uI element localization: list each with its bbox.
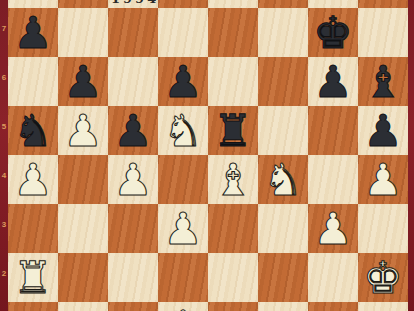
square-a1 bbox=[8, 302, 58, 311]
rank-label-5: 5 bbox=[0, 123, 8, 131]
piece-wp-d3: ♟ bbox=[158, 204, 208, 253]
square-h4: ♟ bbox=[358, 155, 408, 204]
square-e8 bbox=[208, 0, 258, 8]
square-a7: ♟ bbox=[8, 8, 58, 57]
square-d4 bbox=[158, 155, 208, 204]
square-c1 bbox=[108, 302, 158, 311]
square-f7 bbox=[258, 8, 308, 57]
square-f3 bbox=[258, 204, 308, 253]
piece-wk-h2: ♚ bbox=[358, 253, 408, 302]
square-e6 bbox=[208, 57, 258, 106]
square-a6 bbox=[8, 57, 58, 106]
square-e4: ♝ bbox=[208, 155, 258, 204]
square-g3: ♟ bbox=[308, 204, 358, 253]
square-f2 bbox=[258, 253, 308, 302]
square-f5 bbox=[258, 106, 308, 155]
square-f1 bbox=[258, 302, 308, 311]
square-d5: ♞ bbox=[158, 106, 208, 155]
square-c8: 1994 bbox=[108, 0, 158, 8]
piece-wp-c4: ♟ bbox=[108, 155, 158, 204]
square-g6: ♟ bbox=[308, 57, 358, 106]
square-b4 bbox=[58, 155, 108, 204]
square-f8: ♜ bbox=[258, 0, 308, 8]
rank-label-3: 3 bbox=[0, 221, 8, 229]
square-h1 bbox=[358, 302, 408, 311]
square-b6: ♟ bbox=[58, 57, 108, 106]
square-e1 bbox=[208, 302, 258, 311]
square-h6: ♝ bbox=[358, 57, 408, 106]
piece-bp-d6: ♟ bbox=[158, 57, 208, 106]
square-h3 bbox=[358, 204, 408, 253]
rank-label-4: 4 bbox=[0, 172, 8, 180]
piece-bp-c5: ♟ bbox=[108, 106, 158, 155]
rank-label-2: 2 bbox=[0, 270, 8, 278]
piece-bp-a7: ♟ bbox=[8, 8, 58, 57]
piece-br-e5: ♜ bbox=[208, 106, 258, 155]
square-g4 bbox=[308, 155, 358, 204]
square-c3 bbox=[108, 204, 158, 253]
square-b2 bbox=[58, 253, 108, 302]
square-c5: ♟ bbox=[108, 106, 158, 155]
rank-label-6: 6 bbox=[0, 74, 8, 82]
square-g1 bbox=[308, 302, 358, 311]
piece-wp-h4: ♟ bbox=[358, 155, 408, 204]
square-a5: ♞ bbox=[8, 106, 58, 155]
square-c2 bbox=[108, 253, 158, 302]
piece-wp-a4: ♟ bbox=[8, 155, 58, 204]
square-b7 bbox=[58, 8, 108, 57]
square-b3 bbox=[58, 204, 108, 253]
piece-bn-a5: ♞ bbox=[8, 106, 58, 155]
board-right-border bbox=[408, 0, 414, 311]
square-e3 bbox=[208, 204, 258, 253]
square-d1: ♛ bbox=[158, 302, 208, 311]
piece-bq-d8: ♛ bbox=[158, 0, 208, 8]
square-c7 bbox=[108, 8, 158, 57]
piece-bk-g7: ♚ bbox=[308, 8, 358, 57]
square-h2: ♚ bbox=[358, 253, 408, 302]
square-e5: ♜ bbox=[208, 106, 258, 155]
square-g5 bbox=[308, 106, 358, 155]
square-h8 bbox=[358, 0, 408, 8]
square-f4: ♞ bbox=[258, 155, 308, 204]
piece-wq-d1: ♛ bbox=[158, 302, 208, 311]
square-g2 bbox=[308, 253, 358, 302]
cropped-caption-text: 1994 bbox=[111, 0, 157, 6]
square-h7 bbox=[358, 8, 408, 57]
square-a3 bbox=[8, 204, 58, 253]
piece-bp-g6: ♟ bbox=[308, 57, 358, 106]
rank-label-7: 7 bbox=[0, 25, 8, 33]
square-c4: ♟ bbox=[108, 155, 158, 204]
piece-wn-d5: ♞ bbox=[158, 106, 208, 155]
piece-bp-h5: ♟ bbox=[358, 106, 408, 155]
square-d6: ♟ bbox=[158, 57, 208, 106]
square-a8 bbox=[8, 0, 58, 8]
piece-wn-f4: ♞ bbox=[258, 155, 308, 204]
piece-wb-e4: ♝ bbox=[208, 155, 258, 204]
square-g8 bbox=[308, 0, 358, 8]
piece-bp-b6: ♟ bbox=[58, 57, 108, 106]
board-left-border bbox=[0, 0, 8, 311]
piece-br-f8: ♜ bbox=[258, 0, 308, 8]
square-a2: ♜ bbox=[8, 253, 58, 302]
square-g7: ♚ bbox=[308, 8, 358, 57]
piece-bb-h6: ♝ bbox=[358, 57, 408, 106]
square-b5: ♟ bbox=[58, 106, 108, 155]
square-b8 bbox=[58, 0, 108, 8]
square-a4: ♟ bbox=[8, 155, 58, 204]
square-d3: ♟ bbox=[158, 204, 208, 253]
piece-wr-a2: ♜ bbox=[8, 253, 58, 302]
piece-wp-g3: ♟ bbox=[308, 204, 358, 253]
square-e2 bbox=[208, 253, 258, 302]
square-h5: ♟ bbox=[358, 106, 408, 155]
square-f6 bbox=[258, 57, 308, 106]
chess-diagram: 1994♛♜♟♚♟♟♟♝♞♟♟♞♜♟♟♟♝♞♟♟♟♜♚♛ 765432 bbox=[0, 0, 414, 311]
square-d2 bbox=[158, 253, 208, 302]
piece-wp-b5: ♟ bbox=[58, 106, 108, 155]
square-c6 bbox=[108, 57, 158, 106]
square-e7 bbox=[208, 8, 258, 57]
square-b1 bbox=[58, 302, 108, 311]
chess-board: 1994♛♜♟♚♟♟♟♝♞♟♟♞♜♟♟♟♝♞♟♟♟♜♚♛ bbox=[8, 0, 408, 311]
square-d7 bbox=[158, 8, 208, 57]
square-d8: ♛ bbox=[158, 0, 208, 8]
